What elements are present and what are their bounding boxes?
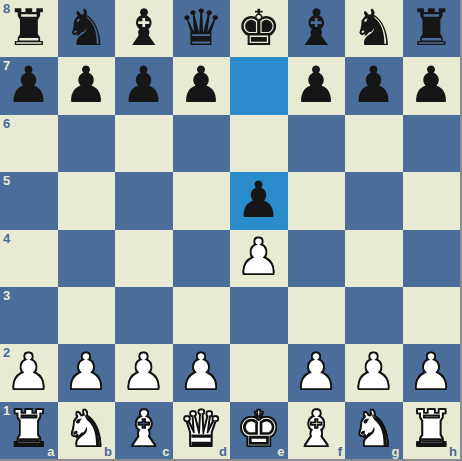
piece-black-knight-g8[interactable]: ♞︎ [345, 0, 403, 57]
piece-white-rook-a1[interactable]: ♜︎ [0, 402, 58, 459]
square-c1[interactable]: ♝︎c [115, 402, 173, 459]
square-b8[interactable]: ♞︎ [58, 0, 116, 57]
piece-black-rook-a8[interactable]: ♜︎ [0, 0, 58, 57]
square-e6[interactable] [230, 115, 288, 172]
square-c3[interactable] [115, 287, 173, 344]
square-e8[interactable]: ♚︎ [230, 0, 288, 57]
piece-white-knight-g1[interactable]: ♞︎ [345, 402, 403, 459]
square-g8[interactable]: ♞︎ [345, 0, 403, 57]
square-h6[interactable] [403, 115, 461, 172]
rank-label-3: 3 [3, 288, 10, 303]
square-c8[interactable]: ♝︎ [115, 0, 173, 57]
square-e3[interactable] [230, 287, 288, 344]
square-a5[interactable]: 5 [0, 172, 58, 229]
square-c7[interactable]: ♟︎ [115, 57, 173, 114]
square-b7[interactable]: ♟︎ [58, 57, 116, 114]
square-f8[interactable]: ♝︎ [288, 0, 346, 57]
square-c2[interactable]: ♟︎ [115, 344, 173, 401]
square-h7[interactable]: ♟︎ [403, 57, 461, 114]
piece-white-rook-h1[interactable]: ♜︎ [403, 402, 461, 459]
piece-black-pawn-c7[interactable]: ♟︎ [115, 57, 173, 114]
square-a1[interactable]: ♜︎1a [0, 402, 58, 459]
square-g3[interactable] [345, 287, 403, 344]
square-b5[interactable] [58, 172, 116, 229]
piece-white-pawn-d2[interactable]: ♟︎ [173, 344, 231, 401]
square-e7[interactable] [230, 57, 288, 114]
square-g6[interactable] [345, 115, 403, 172]
rank-label-6: 6 [3, 116, 10, 131]
piece-white-pawn-a2[interactable]: ♟︎ [0, 344, 58, 401]
piece-white-queen-d1[interactable]: ♛︎ [173, 402, 231, 459]
chess-board-panel: ♜︎8♞︎♝︎♛︎♚︎♝︎♞︎♜︎♟︎7♟︎♟︎♟︎♟︎♟︎♟︎65♟︎4♟︎3… [0, 0, 462, 461]
square-e4[interactable]: ♟︎ [230, 230, 288, 287]
square-g5[interactable] [345, 172, 403, 229]
piece-black-queen-d8[interactable]: ♛︎ [173, 0, 231, 57]
square-d5[interactable] [173, 172, 231, 229]
square-h5[interactable] [403, 172, 461, 229]
piece-black-pawn-b7[interactable]: ♟︎ [58, 57, 116, 114]
square-a6[interactable]: 6 [0, 115, 58, 172]
piece-black-pawn-d7[interactable]: ♟︎ [173, 57, 231, 114]
square-h2[interactable]: ♟︎ [403, 344, 461, 401]
square-f3[interactable] [288, 287, 346, 344]
piece-white-pawn-c2[interactable]: ♟︎ [115, 344, 173, 401]
piece-white-pawn-h2[interactable]: ♟︎ [403, 344, 461, 401]
square-e5[interactable]: ♟︎ [230, 172, 288, 229]
square-g2[interactable]: ♟︎ [345, 344, 403, 401]
square-h1[interactable]: ♜︎h [403, 402, 461, 459]
square-g7[interactable]: ♟︎ [345, 57, 403, 114]
square-b4[interactable] [58, 230, 116, 287]
square-a7[interactable]: ♟︎7 [0, 57, 58, 114]
square-b6[interactable] [58, 115, 116, 172]
piece-white-pawn-f2[interactable]: ♟︎ [288, 344, 346, 401]
piece-white-bishop-f1[interactable]: ♝︎ [288, 402, 346, 459]
square-f4[interactable] [288, 230, 346, 287]
piece-black-king-e8[interactable]: ♚︎ [230, 0, 288, 57]
piece-black-pawn-h7[interactable]: ♟︎ [403, 57, 461, 114]
square-b3[interactable] [58, 287, 116, 344]
rank-label-4: 4 [3, 231, 10, 246]
square-g1[interactable]: ♞︎g [345, 402, 403, 459]
square-c6[interactable] [115, 115, 173, 172]
square-f1[interactable]: ♝︎f [288, 402, 346, 459]
square-e1[interactable]: ♚︎e [230, 402, 288, 459]
piece-black-pawn-g7[interactable]: ♟︎ [345, 57, 403, 114]
square-g4[interactable] [345, 230, 403, 287]
square-d2[interactable]: ♟︎ [173, 344, 231, 401]
square-d3[interactable] [173, 287, 231, 344]
piece-white-pawn-e4[interactable]: ♟︎ [230, 230, 288, 287]
square-a2[interactable]: ♟︎2 [0, 344, 58, 401]
square-a4[interactable]: 4 [0, 230, 58, 287]
piece-black-rook-h8[interactable]: ♜︎ [403, 0, 461, 57]
square-h3[interactable] [403, 287, 461, 344]
piece-black-pawn-e5[interactable]: ♟︎ [230, 172, 288, 229]
square-c5[interactable] [115, 172, 173, 229]
piece-white-pawn-g2[interactable]: ♟︎ [345, 344, 403, 401]
square-d4[interactable] [173, 230, 231, 287]
piece-white-pawn-b2[interactable]: ♟︎ [58, 344, 116, 401]
square-a3[interactable]: 3 [0, 287, 58, 344]
rank-label-5: 5 [3, 173, 10, 188]
square-d8[interactable]: ♛︎ [173, 0, 231, 57]
square-d1[interactable]: ♛︎d [173, 402, 231, 459]
square-h8[interactable]: ♜︎ [403, 0, 461, 57]
chess-board: ♜︎8♞︎♝︎♛︎♚︎♝︎♞︎♜︎♟︎7♟︎♟︎♟︎♟︎♟︎♟︎65♟︎4♟︎3… [0, 0, 460, 459]
square-e2[interactable] [230, 344, 288, 401]
square-a8[interactable]: ♜︎8 [0, 0, 58, 57]
square-f5[interactable] [288, 172, 346, 229]
piece-white-knight-b1[interactable]: ♞︎ [58, 402, 116, 459]
square-d7[interactable]: ♟︎ [173, 57, 231, 114]
square-d6[interactable] [173, 115, 231, 172]
piece-white-king-e1[interactable]: ♚︎ [230, 402, 288, 459]
piece-black-pawn-f7[interactable]: ♟︎ [288, 57, 346, 114]
piece-black-bishop-c8[interactable]: ♝︎ [115, 0, 173, 57]
square-b2[interactable]: ♟︎ [58, 344, 116, 401]
square-f7[interactable]: ♟︎ [288, 57, 346, 114]
square-h4[interactable] [403, 230, 461, 287]
piece-black-knight-b8[interactable]: ♞︎ [58, 0, 116, 57]
square-f6[interactable] [288, 115, 346, 172]
square-f2[interactable]: ♟︎ [288, 344, 346, 401]
square-b1[interactable]: ♞︎b [58, 402, 116, 459]
piece-black-bishop-f8[interactable]: ♝︎ [288, 0, 346, 57]
piece-white-bishop-c1[interactable]: ♝︎ [115, 402, 173, 459]
piece-black-pawn-a7[interactable]: ♟︎ [0, 57, 58, 114]
square-c4[interactable] [115, 230, 173, 287]
